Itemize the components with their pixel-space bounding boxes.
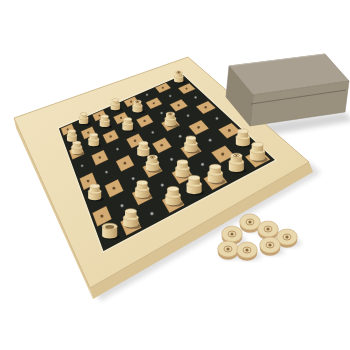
peg-top bbox=[125, 209, 136, 214]
peg-base bbox=[71, 150, 82, 154]
peg-hole bbox=[112, 187, 115, 190]
peg-hole bbox=[221, 153, 224, 156]
peg-hole bbox=[204, 106, 207, 109]
peg-hole-top bbox=[137, 101, 139, 103]
disc-hole bbox=[230, 232, 233, 235]
peg-base bbox=[229, 167, 244, 172]
peg-hole bbox=[130, 101, 132, 103]
board-photo-svg bbox=[0, 0, 350, 350]
disc-hole bbox=[268, 243, 271, 246]
peg-hole-top bbox=[151, 156, 153, 158]
peg-hole bbox=[187, 115, 189, 117]
peg-base bbox=[250, 155, 265, 160]
peg-hole bbox=[169, 95, 171, 97]
peg-hole bbox=[98, 156, 101, 159]
peg-hole bbox=[177, 104, 179, 106]
peg-base bbox=[88, 195, 101, 200]
peg-hole bbox=[216, 117, 218, 119]
peg-base bbox=[175, 172, 189, 177]
peg-hole bbox=[121, 204, 124, 207]
peg-top bbox=[237, 129, 248, 133]
peg-hole bbox=[87, 180, 90, 183]
peg-hole-top bbox=[235, 155, 237, 157]
disc-hole bbox=[226, 247, 229, 250]
peg-hole-top bbox=[169, 113, 171, 115]
peg-top bbox=[252, 142, 263, 147]
peg-top bbox=[188, 175, 199, 180]
peg-base bbox=[111, 107, 120, 110]
peg-hole bbox=[197, 126, 200, 129]
peg-top bbox=[209, 164, 220, 169]
peg-hole bbox=[195, 96, 197, 98]
peg-hole bbox=[124, 162, 127, 165]
peg-hole bbox=[170, 158, 173, 161]
peg-base bbox=[122, 127, 133, 131]
peg-base bbox=[236, 141, 250, 146]
peg-top bbox=[124, 117, 132, 120]
peg-base bbox=[187, 189, 202, 194]
peg-hole bbox=[152, 131, 154, 133]
disc-hole bbox=[248, 220, 251, 223]
peg-hole bbox=[161, 184, 164, 187]
peg-hole bbox=[109, 135, 111, 137]
disc-hole bbox=[266, 227, 269, 230]
peg-top bbox=[167, 186, 178, 191]
peg-top bbox=[137, 180, 148, 184]
peg-base bbox=[165, 122, 176, 126]
peg-hole bbox=[162, 87, 164, 89]
peg-hole bbox=[160, 144, 163, 147]
peg-top bbox=[139, 141, 148, 145]
peg-hole bbox=[100, 214, 103, 217]
peg-top bbox=[90, 184, 100, 188]
peg-base bbox=[123, 222, 138, 227]
peg-hole bbox=[179, 135, 181, 137]
product-photo-scene bbox=[0, 0, 350, 350]
peg-cup-hollow bbox=[105, 225, 114, 229]
peg-hole bbox=[134, 140, 137, 143]
peg-hole bbox=[146, 94, 148, 96]
peg-hole bbox=[87, 132, 89, 134]
peg-hole bbox=[132, 177, 135, 180]
peg-top bbox=[112, 99, 119, 102]
peg-base bbox=[184, 147, 197, 152]
peg-hole bbox=[153, 102, 155, 104]
peg-hole bbox=[161, 112, 163, 114]
peg-top bbox=[101, 115, 109, 118]
peg-base bbox=[79, 121, 88, 124]
peg-base bbox=[132, 109, 142, 113]
peg-hole bbox=[98, 114, 100, 116]
peg-top bbox=[177, 160, 188, 164]
peg-base bbox=[135, 193, 149, 198]
peg-hole bbox=[209, 139, 212, 142]
peg-base bbox=[174, 79, 183, 82]
peg-hole bbox=[81, 165, 83, 167]
peg-top bbox=[68, 129, 76, 132]
peg-hole bbox=[116, 148, 118, 150]
peg-top bbox=[73, 141, 81, 144]
peg-hole bbox=[120, 117, 122, 119]
peg-hole bbox=[150, 212, 153, 215]
peg-top bbox=[90, 133, 98, 136]
peg-hole bbox=[143, 120, 145, 122]
peg-hole bbox=[185, 87, 187, 89]
disc-hole bbox=[245, 248, 248, 251]
peg-hole bbox=[201, 163, 204, 166]
peg-hole-top bbox=[178, 71, 180, 73]
peg-base bbox=[88, 142, 99, 146]
peg-base bbox=[208, 178, 223, 183]
peg-hole bbox=[228, 129, 231, 132]
peg-top bbox=[80, 113, 87, 116]
disc-hole bbox=[285, 235, 288, 238]
peg-base bbox=[100, 124, 110, 128]
peg-base bbox=[146, 167, 159, 172]
peg-hole bbox=[105, 171, 107, 173]
peg-top bbox=[186, 136, 196, 140]
peg-base bbox=[102, 233, 117, 238]
peg-base bbox=[165, 200, 180, 205]
peg-base bbox=[137, 152, 149, 156]
